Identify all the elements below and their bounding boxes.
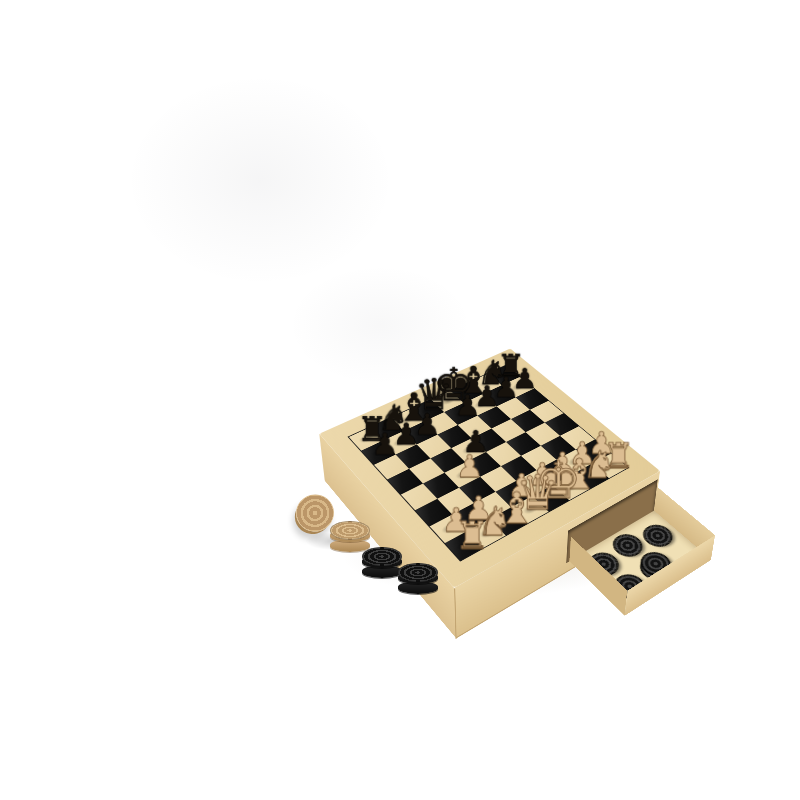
- drawer-checker: [609, 531, 647, 560]
- drawer-checker: [639, 522, 677, 550]
- checker-disc: [398, 571, 438, 584]
- dark-checkers-stack-2: [398, 542, 442, 594]
- product-photo-stage: ♜♞♝♛♚♝♞♜♟♟♟♟♟♟♟♟♟♟♟♟♟♟♟♟♜♞♝♛♚♝♞♜: [0, 0, 800, 800]
- coin-stack: [398, 550, 438, 594]
- checker-disc: [330, 529, 370, 542]
- coin-stack: [362, 534, 402, 578]
- piece-glyph: ♟: [371, 430, 398, 459]
- piece-white-pawn-c4: ♟: [444, 462, 480, 487]
- coin-stack: [330, 508, 370, 552]
- piece-glyph: ♜: [454, 517, 488, 553]
- checker-disc: [362, 555, 402, 568]
- scene-3d: ♜♞♝♛♚♝♞♜♟♟♟♟♟♟♟♟♟♟♟♟♟♟♟♟♜♞♝♛♚♝♞♜: [0, 0, 800, 800]
- light-checkers-stack: [296, 494, 376, 552]
- piece-glyph: ♟: [455, 452, 483, 481]
- piece-glyph: ♟: [454, 392, 480, 419]
